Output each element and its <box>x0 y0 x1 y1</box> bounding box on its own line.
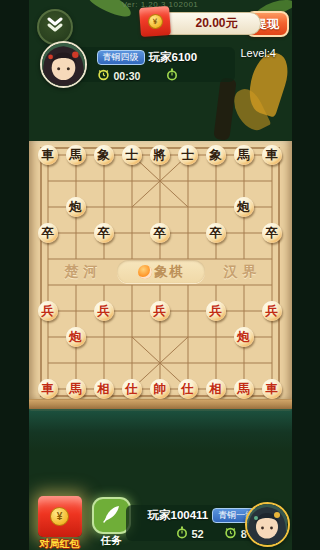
piece-red-r9c8[interactable]: 車 <box>262 379 282 399</box>
stopwatch-count: 52 <box>192 528 204 540</box>
piece-black-r0c1[interactable]: 馬 <box>66 145 86 165</box>
alarm-clock-icon <box>224 525 237 543</box>
xiangqi-board[interactable]: 楚河 象棋 汉界 車馬象士將士象馬車炮炮卒卒卒卒卒兵兵兵兵兵炮炮車馬相仕帥仕相馬… <box>29 141 292 411</box>
board-surface: 楚河 象棋 汉界 車馬象士將士象馬車炮炮卒卒卒卒卒兵兵兵兵兵炮炮車馬相仕帥仕相馬… <box>29 141 292 399</box>
balance-amount: 20.00元 <box>195 15 237 32</box>
opponent-avatar[interactable] <box>40 41 87 88</box>
piece-red-r6c4[interactable]: 兵 <box>150 301 170 321</box>
piece-red-r9c7[interactable]: 馬 <box>234 379 254 399</box>
opponent-timer: 00:30 <box>114 70 141 82</box>
piece-black-r2c7[interactable]: 炮 <box>234 197 254 217</box>
task-button[interactable] <box>92 497 131 534</box>
piece-red-r6c0[interactable]: 兵 <box>38 301 58 321</box>
collapse-button[interactable] <box>37 9 73 45</box>
piece-black-r0c4[interactable]: 將 <box>150 145 170 165</box>
piece-red-r6c2[interactable]: 兵 <box>94 301 114 321</box>
piece-black-r0c6[interactable]: 象 <box>206 145 226 165</box>
stopwatch-icon <box>166 67 178 85</box>
piece-red-r9c5[interactable]: 仕 <box>178 379 198 399</box>
stopwatch-icon <box>176 525 188 543</box>
piece-red-r9c4[interactable]: 帥 <box>150 379 170 399</box>
alarm-clock-icon <box>97 67 110 85</box>
red-packet-label: 对局红包 <box>29 537 91 550</box>
piece-red-r9c3[interactable]: 仕 <box>122 379 142 399</box>
tree-trunk-decoration <box>213 77 236 140</box>
piece-black-r3c0[interactable]: 卒 <box>38 223 58 243</box>
player-name: 玩家100411 <box>148 508 209 523</box>
piece-red-r9c6[interactable]: 相 <box>206 379 226 399</box>
piece-black-r2c1[interactable]: 炮 <box>66 197 86 217</box>
task-label: 任务 <box>92 534 131 548</box>
opponent-rank-badge: 青铜四级 <box>97 50 145 65</box>
chevron-double-down-icon <box>46 17 64 37</box>
level-label: Level:4 <box>241 47 276 59</box>
piece-black-r3c6[interactable]: 卒 <box>206 223 226 243</box>
piece-black-r0c0[interactable]: 車 <box>38 145 58 165</box>
piece-black-r3c2[interactable]: 卒 <box>94 223 114 243</box>
coin-icon: ¥ <box>50 507 69 526</box>
red-envelope-icon[interactable]: ¥ <box>139 6 171 37</box>
piece-black-r0c7[interactable]: 馬 <box>234 145 254 165</box>
piece-red-r6c8[interactable]: 兵 <box>262 301 282 321</box>
piece-black-r0c5[interactable]: 士 <box>178 145 198 165</box>
feather-icon <box>101 504 121 528</box>
piece-black-r3c4[interactable]: 卒 <box>150 223 170 243</box>
piece-red-r9c1[interactable]: 馬 <box>66 379 86 399</box>
piece-red-r9c2[interactable]: 相 <box>94 379 114 399</box>
piece-red-r7c1[interactable]: 炮 <box>66 327 86 347</box>
piece-black-r0c3[interactable]: 士 <box>122 145 142 165</box>
piece-red-r6c6[interactable]: 兵 <box>206 301 226 321</box>
piece-red-r9c0[interactable]: 車 <box>38 379 58 399</box>
player-avatar[interactable] <box>245 502 290 547</box>
opponent-info-bar: 青铜四级 玩家6100 00:30 <box>65 47 235 82</box>
board-grid[interactable]: 車馬象士將士象馬車炮炮卒卒卒卒卒兵兵兵兵兵炮炮車馬相仕帥仕相馬車 <box>34 142 286 402</box>
coin-icon: ¥ <box>146 13 162 29</box>
piece-black-r3c8[interactable]: 卒 <box>262 223 282 243</box>
water-decoration <box>29 409 292 451</box>
piece-black-r0c2[interactable]: 象 <box>94 145 114 165</box>
piece-black-r0c8[interactable]: 車 <box>262 145 282 165</box>
match-red-packet-button[interactable]: ¥ <box>38 496 82 537</box>
opponent-name: 玩家6100 <box>149 50 198 65</box>
xiangqi-game-screen: Ver: 1.20.3.102001 20.00元 ¥ 提现 青铜四级 玩家61… <box>29 0 292 550</box>
piece-red-r7c7[interactable]: 炮 <box>234 327 254 347</box>
